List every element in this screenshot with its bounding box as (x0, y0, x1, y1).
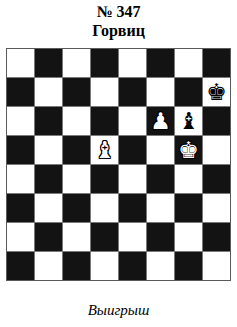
chess-board: ♚♟♝♝♚ (6, 48, 231, 281)
square-e5 (119, 136, 146, 164)
square-d5: ♝ (91, 136, 118, 164)
square-a5 (7, 136, 34, 164)
square-e3 (119, 194, 146, 222)
square-g1 (175, 252, 202, 280)
square-c5 (63, 136, 90, 164)
square-h6 (203, 107, 230, 135)
square-d8 (91, 49, 118, 77)
square-d7 (91, 78, 118, 106)
square-c4 (63, 165, 90, 193)
square-b4 (35, 165, 62, 193)
square-a3 (7, 194, 34, 222)
square-g7 (175, 78, 202, 106)
square-a2 (7, 223, 34, 251)
square-f4 (147, 165, 174, 193)
square-b6 (35, 107, 62, 135)
square-b1 (35, 252, 62, 280)
square-b8 (35, 49, 62, 77)
square-d6 (91, 107, 118, 135)
white-pawn: ♟ (150, 110, 171, 133)
square-a8 (7, 49, 34, 77)
square-e1 (119, 252, 146, 280)
square-c6 (63, 107, 90, 135)
square-h5 (203, 136, 230, 164)
square-f3 (147, 194, 174, 222)
square-a4 (7, 165, 34, 193)
square-c3 (63, 194, 90, 222)
square-h4 (203, 165, 230, 193)
square-f5 (147, 136, 174, 164)
square-f1 (147, 252, 174, 280)
square-e6 (119, 107, 146, 135)
square-d3 (91, 194, 118, 222)
square-e2 (119, 223, 146, 251)
square-g4 (175, 165, 202, 193)
square-g8 (175, 49, 202, 77)
square-f7 (147, 78, 174, 106)
square-b2 (35, 223, 62, 251)
square-h3 (203, 194, 230, 222)
square-h1 (203, 252, 230, 280)
square-e4 (119, 165, 146, 193)
square-d2 (91, 223, 118, 251)
square-g2 (175, 223, 202, 251)
square-c2 (63, 223, 90, 251)
square-g3 (175, 194, 202, 222)
square-d1 (91, 252, 118, 280)
white-king: ♚ (178, 139, 199, 162)
square-f2 (147, 223, 174, 251)
square-c7 (63, 78, 90, 106)
square-e7 (119, 78, 146, 106)
square-a1 (7, 252, 34, 280)
square-e8 (119, 49, 146, 77)
square-a6 (7, 107, 34, 135)
square-f6: ♟ (147, 107, 174, 135)
black-bishop: ♝ (178, 110, 199, 133)
square-h8 (203, 49, 230, 77)
square-b5 (35, 136, 62, 164)
square-c8 (63, 49, 90, 77)
white-bishop: ♝ (94, 139, 115, 162)
puzzle-page: № 347 Горвиц ♚♟♝♝♚ Выигрыш (0, 0, 237, 327)
puzzle-number: № 347 (0, 0, 237, 21)
square-c1 (63, 252, 90, 280)
square-f8 (147, 49, 174, 77)
stipulation-caption: Выигрыш (0, 301, 237, 320)
square-a7 (7, 78, 34, 106)
square-h2 (203, 223, 230, 251)
square-b3 (35, 194, 62, 222)
black-king: ♚ (206, 81, 227, 104)
square-b7 (35, 78, 62, 106)
square-g5: ♚ (175, 136, 202, 164)
square-g6: ♝ (175, 107, 202, 135)
puzzle-author: Горвиц (0, 21, 237, 40)
square-d4 (91, 165, 118, 193)
square-h7: ♚ (203, 78, 230, 106)
